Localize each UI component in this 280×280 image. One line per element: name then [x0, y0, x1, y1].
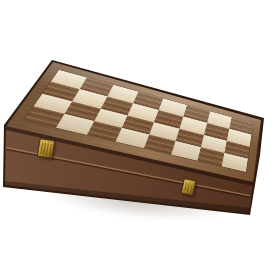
chess-box-product-photo	[0, 0, 280, 280]
brass-clasp-right-plate	[184, 181, 193, 192]
brass-clasp-left-plate	[40, 141, 52, 156]
brass-clasp-left	[36, 138, 55, 159]
